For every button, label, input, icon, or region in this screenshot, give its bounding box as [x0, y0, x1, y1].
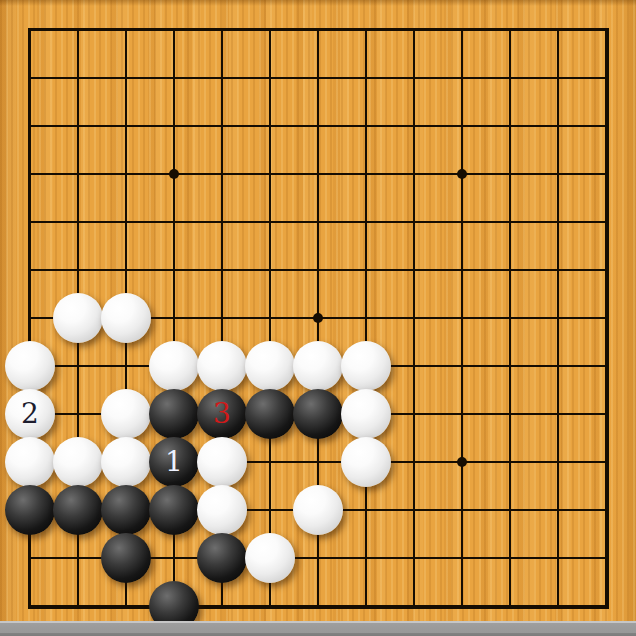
move-number-label: 3	[197, 389, 247, 439]
star-point	[457, 169, 467, 179]
stone-white[interactable]	[53, 293, 103, 343]
star-point	[169, 169, 179, 179]
go-board[interactable]: 231	[0, 0, 636, 636]
stone-black[interactable]	[197, 533, 247, 583]
stone-black[interactable]	[5, 485, 55, 535]
stone-black[interactable]	[149, 389, 199, 439]
stone-white[interactable]	[341, 389, 391, 439]
board-top-shade	[0, 0, 636, 6]
stone-white[interactable]	[245, 533, 295, 583]
stone-white[interactable]	[53, 437, 103, 487]
stone-white[interactable]: 2	[5, 389, 55, 439]
stone-black[interactable]	[245, 389, 295, 439]
stone-white[interactable]	[197, 485, 247, 535]
stone-white[interactable]	[5, 341, 55, 391]
stone-white[interactable]	[341, 437, 391, 487]
stone-black[interactable]	[101, 485, 151, 535]
stone-white[interactable]	[149, 341, 199, 391]
move-number-label: 1	[149, 437, 199, 487]
stone-black[interactable]	[149, 485, 199, 535]
star-point	[313, 313, 323, 323]
stone-black[interactable]	[53, 485, 103, 535]
stone-white[interactable]	[197, 341, 247, 391]
stone-white[interactable]	[101, 437, 151, 487]
stone-white[interactable]	[245, 341, 295, 391]
stone-black[interactable]	[293, 389, 343, 439]
stone-white[interactable]	[293, 485, 343, 535]
stone-white[interactable]	[101, 389, 151, 439]
stone-white[interactable]	[341, 341, 391, 391]
stone-black[interactable]: 3	[197, 389, 247, 439]
stone-white[interactable]	[293, 341, 343, 391]
stone-black[interactable]	[101, 533, 151, 583]
stone-white[interactable]	[197, 437, 247, 487]
table-edge	[0, 621, 636, 636]
stone-black[interactable]: 1	[149, 437, 199, 487]
move-number-label: 2	[5, 389, 55, 439]
stone-white[interactable]	[5, 437, 55, 487]
stone-white[interactable]	[101, 293, 151, 343]
star-point	[457, 457, 467, 467]
